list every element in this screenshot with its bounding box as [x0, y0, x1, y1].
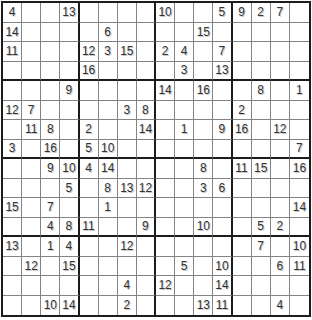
cell-r2c13-empty[interactable]	[233, 23, 252, 43]
cell-r2c14-empty[interactable]	[252, 23, 271, 43]
cell-r5c7-empty[interactable]	[118, 81, 137, 101]
cell-r10c14-empty[interactable]	[252, 179, 271, 199]
cell-r2c6-given: 6	[99, 23, 118, 43]
hexadoku-page: 4131059271461511123152471631391416811273…	[0, 0, 312, 320]
cell-r8c7-empty[interactable]	[118, 140, 137, 160]
cell-r10c13-empty[interactable]	[233, 179, 252, 199]
cell-r6c9-empty[interactable]	[156, 101, 175, 121]
cell-r9c16-given: 16	[290, 159, 309, 179]
cell-r5c11-given: 16	[194, 81, 213, 101]
cell-r12c10-empty[interactable]	[175, 218, 194, 238]
cell-r5c4-given: 9	[60, 81, 79, 101]
cell-r15c4-empty[interactable]	[60, 276, 79, 296]
cell-r6c4-empty[interactable]	[60, 101, 79, 121]
cell-r13c15-empty[interactable]	[271, 237, 290, 257]
cell-r4c6-empty[interactable]	[99, 62, 118, 82]
cell-r12c9-empty[interactable]	[156, 218, 175, 238]
cell-r2c11-given: 15	[194, 23, 213, 43]
cell-r1c8-empty[interactable]	[137, 3, 156, 23]
cell-r8c9-empty[interactable]	[156, 140, 175, 160]
cell-r4c12-given: 13	[213, 62, 232, 82]
cell-r3c9-given: 2	[156, 42, 175, 62]
cell-r7c8-given: 14	[137, 120, 156, 140]
cell-r12c6-empty[interactable]	[99, 218, 118, 238]
cell-r15c9-given: 12	[156, 276, 175, 296]
cell-r11c15-empty[interactable]	[271, 198, 290, 218]
cell-r16c10-empty[interactable]	[175, 296, 194, 316]
cell-r6c11-empty[interactable]	[194, 101, 213, 121]
cell-r4c15-empty[interactable]	[271, 62, 290, 82]
cell-r6c12-empty[interactable]	[213, 101, 232, 121]
cell-r11c2-empty[interactable]	[22, 198, 41, 218]
cell-r3c6-given: 3	[99, 42, 118, 62]
cell-r3c7-given: 15	[118, 42, 137, 62]
cell-r11c14-empty[interactable]	[252, 198, 271, 218]
cell-r5c5-empty[interactable]	[80, 81, 99, 101]
cell-r14c10-given: 5	[175, 257, 194, 277]
cell-r5c10-empty[interactable]	[175, 81, 194, 101]
cell-r7c7-empty[interactable]	[118, 120, 137, 140]
cell-r3c5-given: 12	[80, 42, 99, 62]
cell-r16c1-empty[interactable]	[3, 296, 22, 316]
cell-r16c12-given: 11	[213, 296, 232, 316]
cell-r11c13-empty[interactable]	[233, 198, 252, 218]
cell-r13c16-given: 10	[290, 237, 309, 257]
cell-r8c3-given: 16	[41, 140, 60, 160]
cell-r3c13-empty[interactable]	[233, 42, 252, 62]
cell-r8c5-given: 5	[80, 140, 99, 160]
cell-r3c8-empty[interactable]	[137, 42, 156, 62]
cell-r12c3-given: 4	[41, 218, 60, 238]
cell-r10c6-given: 8	[99, 179, 118, 199]
cell-r2c7-empty[interactable]	[118, 23, 137, 43]
cell-r15c12-given: 14	[213, 276, 232, 296]
cell-r2c9-empty[interactable]	[156, 23, 175, 43]
cell-r3c3-empty[interactable]	[41, 42, 60, 62]
cell-r12c12-empty[interactable]	[213, 218, 232, 238]
cell-r16c7-given: 2	[118, 296, 137, 316]
cell-r10c15-empty[interactable]	[271, 179, 290, 199]
cell-r11c16-given: 14	[290, 198, 309, 218]
cell-r5c13-empty[interactable]	[233, 81, 252, 101]
cell-r14c8-empty[interactable]	[137, 257, 156, 277]
cell-r5c9-given: 14	[156, 81, 175, 101]
cell-r3c11-empty[interactable]	[194, 42, 213, 62]
cell-r7c1-empty[interactable]	[3, 120, 22, 140]
cell-r14c13-empty[interactable]	[233, 257, 252, 277]
cell-r6c14-empty[interactable]	[252, 101, 271, 121]
cell-r10c2-empty[interactable]	[22, 179, 41, 199]
cell-r11c4-empty[interactable]	[60, 198, 79, 218]
cell-r6c1-given: 12	[3, 101, 22, 121]
cell-r11c11-empty[interactable]	[194, 198, 213, 218]
cell-r7c13-given: 16	[233, 120, 252, 140]
cell-r13c11-empty[interactable]	[194, 237, 213, 257]
cell-r9c10-empty[interactable]	[175, 159, 194, 179]
cell-r4c11-empty[interactable]	[194, 62, 213, 82]
cell-r12c14-given: 5	[252, 218, 271, 238]
cell-r13c12-empty[interactable]	[213, 237, 232, 257]
cell-r1c15-given: 7	[271, 3, 290, 23]
cell-r9c4-given: 10	[60, 159, 79, 179]
cell-r4c10-given: 3	[175, 62, 194, 82]
cell-r14c16-given: 11	[290, 257, 309, 277]
cell-r4c1-empty[interactable]	[3, 62, 22, 82]
cell-r2c2-empty[interactable]	[22, 23, 41, 43]
cell-r3c15-empty[interactable]	[271, 42, 290, 62]
cell-r8c15-empty[interactable]	[271, 140, 290, 160]
cell-r7c15-given: 12	[271, 120, 290, 140]
cell-r4c9-empty[interactable]	[156, 62, 175, 82]
cell-r9c5-given: 4	[80, 159, 99, 179]
cell-r8c6-given: 10	[99, 140, 118, 160]
cell-r13c7-given: 12	[118, 237, 137, 257]
cell-r12c16-empty[interactable]	[290, 218, 309, 238]
cell-r15c1-empty[interactable]	[3, 276, 22, 296]
cell-r4c13-empty[interactable]	[233, 62, 252, 82]
cell-r7c5-given: 2	[80, 120, 99, 140]
cell-r1c14-given: 2	[252, 3, 271, 23]
cell-r14c14-empty[interactable]	[252, 257, 271, 277]
cell-r9c15-empty[interactable]	[271, 159, 290, 179]
cell-r6c8-given: 8	[137, 101, 156, 121]
cell-r11c1-given: 15	[3, 198, 22, 218]
cell-r9c11-given: 8	[194, 159, 213, 179]
cell-r4c4-empty[interactable]	[60, 62, 79, 82]
cell-r11c7-empty[interactable]	[118, 198, 137, 218]
cell-r12c5-given: 11	[80, 218, 99, 238]
cell-r15c8-empty[interactable]	[137, 276, 156, 296]
cell-r14c3-empty[interactable]	[41, 257, 60, 277]
cell-r3c16-empty[interactable]	[290, 42, 309, 62]
cell-r6c15-empty[interactable]	[271, 101, 290, 121]
cell-r15c16-empty[interactable]	[290, 276, 309, 296]
cell-r13c9-empty[interactable]	[156, 237, 175, 257]
cell-r11c6-given: 1	[99, 198, 118, 218]
cell-r8c1-given: 3	[3, 140, 22, 160]
cell-r6c10-empty[interactable]	[175, 101, 194, 121]
cell-r9c13-given: 11	[233, 159, 252, 179]
cell-r9c1-empty[interactable]	[3, 159, 22, 179]
cell-r13c2-empty[interactable]	[22, 237, 41, 257]
cell-r7c4-empty[interactable]	[60, 120, 79, 140]
cell-r2c10-empty[interactable]	[175, 23, 194, 43]
cell-r6c16-empty[interactable]	[290, 101, 309, 121]
cell-r5c2-empty[interactable]	[22, 81, 41, 101]
cell-r5c1-empty[interactable]	[3, 81, 22, 101]
cell-r8c14-empty[interactable]	[252, 140, 271, 160]
cell-r3c2-empty[interactable]	[22, 42, 41, 62]
cell-r13c13-empty[interactable]	[233, 237, 252, 257]
cell-r1c7-empty[interactable]	[118, 3, 137, 23]
cell-r14c5-empty[interactable]	[80, 257, 99, 277]
cell-r12c8-given: 9	[137, 218, 156, 238]
cell-r16c9-empty[interactable]	[156, 296, 175, 316]
cell-r16c8-empty[interactable]	[137, 296, 156, 316]
cell-r16c16-empty[interactable]	[290, 296, 309, 316]
cell-r16c4-given: 14	[60, 296, 79, 316]
cell-r1c5-empty[interactable]	[80, 3, 99, 23]
cell-r2c5-empty[interactable]	[80, 23, 99, 43]
cell-r1c4-given: 13	[60, 3, 79, 23]
cell-r8c2-empty[interactable]	[22, 140, 41, 160]
cell-r15c15-empty[interactable]	[271, 276, 290, 296]
cell-r2c8-empty[interactable]	[137, 23, 156, 43]
cell-r1c16-empty[interactable]	[290, 3, 309, 23]
cell-r10c4-given: 5	[60, 179, 79, 199]
cell-r4c16-empty[interactable]	[290, 62, 309, 82]
cell-r11c5-empty[interactable]	[80, 198, 99, 218]
cell-r1c9-given: 10	[156, 3, 175, 23]
cell-r10c5-empty[interactable]	[80, 179, 99, 199]
cell-r16c14-empty[interactable]	[252, 296, 271, 316]
cell-r15c6-empty[interactable]	[99, 276, 118, 296]
cell-r4c3-empty[interactable]	[41, 62, 60, 82]
cell-r4c14-empty[interactable]	[252, 62, 271, 82]
cell-r6c5-empty[interactable]	[80, 101, 99, 121]
cell-r13c14-given: 7	[252, 237, 271, 257]
cell-r6c13-given: 2	[233, 101, 252, 121]
cell-r9c7-empty[interactable]	[118, 159, 137, 179]
cell-r4c2-empty[interactable]	[22, 62, 41, 82]
cell-r10c11-given: 3	[194, 179, 213, 199]
cell-r8c16-given: 7	[290, 140, 309, 160]
cell-r13c4-given: 4	[60, 237, 79, 257]
cell-r16c2-empty[interactable]	[22, 296, 41, 316]
cell-r1c2-empty[interactable]	[22, 3, 41, 23]
cell-r5c15-empty[interactable]	[271, 81, 290, 101]
cell-r5c6-empty[interactable]	[99, 81, 118, 101]
cell-r7c14-empty[interactable]	[252, 120, 271, 140]
cell-r1c11-empty[interactable]	[194, 3, 213, 23]
cell-r6c3-empty[interactable]	[41, 101, 60, 121]
cell-r15c10-empty[interactable]	[175, 276, 194, 296]
cell-r2c15-empty[interactable]	[271, 23, 290, 43]
cell-r9c3-given: 9	[41, 159, 60, 179]
cell-r2c12-empty[interactable]	[213, 23, 232, 43]
cell-r7c12-given: 9	[213, 120, 232, 140]
cell-r10c3-empty[interactable]	[41, 179, 60, 199]
cell-r13c3-given: 1	[41, 237, 60, 257]
cell-r7c6-empty[interactable]	[99, 120, 118, 140]
cell-r16c13-empty[interactable]	[233, 296, 252, 316]
cell-r8c13-empty[interactable]	[233, 140, 252, 160]
cell-r7c2-given: 11	[22, 120, 41, 140]
cell-r1c3-empty[interactable]	[41, 3, 60, 23]
cell-r1c1-given: 4	[3, 3, 22, 23]
cell-r14c15-given: 6	[271, 257, 290, 277]
cell-r3c4-empty[interactable]	[60, 42, 79, 62]
cell-r16c15-given: 4	[271, 296, 290, 316]
cell-r7c3-given: 8	[41, 120, 60, 140]
cell-r15c2-empty[interactable]	[22, 276, 41, 296]
cell-r16c5-empty[interactable]	[80, 296, 99, 316]
cell-r12c1-empty[interactable]	[3, 218, 22, 238]
cell-r12c13-empty[interactable]	[233, 218, 252, 238]
cell-r5c16-given: 1	[290, 81, 309, 101]
cell-r6c7-given: 3	[118, 101, 137, 121]
cell-r2c16-empty[interactable]	[290, 23, 309, 43]
cell-r15c14-empty[interactable]	[252, 276, 271, 296]
cell-r1c13-given: 9	[233, 3, 252, 23]
hexadoku-board: 4131059271461511123152471631391416811273…	[1, 1, 311, 317]
cell-r12c2-empty[interactable]	[22, 218, 41, 238]
cell-r7c11-empty[interactable]	[194, 120, 213, 140]
cell-r4c5-given: 16	[80, 62, 99, 82]
cell-r16c6-empty[interactable]	[99, 296, 118, 316]
cell-r10c12-given: 6	[213, 179, 232, 199]
cell-r11c10-empty[interactable]	[175, 198, 194, 218]
cell-r14c9-empty[interactable]	[156, 257, 175, 277]
cell-r2c4-empty[interactable]	[60, 23, 79, 43]
cell-r8c4-empty[interactable]	[60, 140, 79, 160]
cell-r8c12-empty[interactable]	[213, 140, 232, 160]
cell-r15c13-empty[interactable]	[233, 276, 252, 296]
cell-r11c12-empty[interactable]	[213, 198, 232, 218]
cell-r12c15-given: 2	[271, 218, 290, 238]
cell-r7c16-empty[interactable]	[290, 120, 309, 140]
cell-r16c11-given: 13	[194, 296, 213, 316]
cell-r7c9-empty[interactable]	[156, 120, 175, 140]
cell-r2c3-empty[interactable]	[41, 23, 60, 43]
cell-r1c6-empty[interactable]	[99, 3, 118, 23]
cell-r15c5-empty[interactable]	[80, 276, 99, 296]
cell-r10c16-empty[interactable]	[290, 179, 309, 199]
cell-r9c8-empty[interactable]	[137, 159, 156, 179]
cell-r1c12-given: 5	[213, 3, 232, 23]
cell-r13c10-empty[interactable]	[175, 237, 194, 257]
cell-r9c12-empty[interactable]	[213, 159, 232, 179]
cell-r11c8-empty[interactable]	[137, 198, 156, 218]
cell-r15c3-empty[interactable]	[41, 276, 60, 296]
cell-r14c4-given: 15	[60, 257, 79, 277]
cell-r13c1-given: 13	[3, 237, 22, 257]
cell-r8c8-empty[interactable]	[137, 140, 156, 160]
cell-r15c11-empty[interactable]	[194, 276, 213, 296]
cell-r10c8-given: 12	[137, 179, 156, 199]
cell-r12c7-empty[interactable]	[118, 218, 137, 238]
cell-r13c5-empty[interactable]	[80, 237, 99, 257]
cell-r16c3-given: 10	[41, 296, 60, 316]
cell-r9c14-given: 15	[252, 159, 271, 179]
cell-r5c3-empty[interactable]	[41, 81, 60, 101]
cell-r10c10-empty[interactable]	[175, 179, 194, 199]
cell-r4c7-empty[interactable]	[118, 62, 137, 82]
cell-r6c2-given: 7	[22, 101, 41, 121]
cell-r3c12-given: 7	[213, 42, 232, 62]
cell-r15c7-given: 4	[118, 276, 137, 296]
cell-r9c9-empty[interactable]	[156, 159, 175, 179]
cell-r4c8-empty[interactable]	[137, 62, 156, 82]
cell-r10c1-empty[interactable]	[3, 179, 22, 199]
cell-r14c6-empty[interactable]	[99, 257, 118, 277]
cell-r9c6-given: 14	[99, 159, 118, 179]
cell-r5c14-given: 8	[252, 81, 271, 101]
cell-r14c12-given: 10	[213, 257, 232, 277]
cell-r10c7-given: 13	[118, 179, 137, 199]
cell-r11c9-empty[interactable]	[156, 198, 175, 218]
cell-r13c8-empty[interactable]	[137, 237, 156, 257]
cell-r11c3-given: 7	[41, 198, 60, 218]
cell-r3c14-empty[interactable]	[252, 42, 271, 62]
cell-r12c4-given: 8	[60, 218, 79, 238]
cell-r2c1-given: 14	[3, 23, 22, 43]
cell-r5c12-empty[interactable]	[213, 81, 232, 101]
cell-r12c11-given: 10	[194, 218, 213, 238]
cell-r7c10-given: 1	[175, 120, 194, 140]
cell-r8c11-empty[interactable]	[194, 140, 213, 160]
cell-r5c8-empty[interactable]	[137, 81, 156, 101]
cell-r14c1-empty[interactable]	[3, 257, 22, 277]
cell-r6c6-empty[interactable]	[99, 101, 118, 121]
cell-r14c2-given: 12	[22, 257, 41, 277]
cell-r14c7-empty[interactable]	[118, 257, 137, 277]
cell-r8c10-empty[interactable]	[175, 140, 194, 160]
cell-r9c2-empty[interactable]	[22, 159, 41, 179]
cell-r10c9-empty[interactable]	[156, 179, 175, 199]
cell-r1c10-empty[interactable]	[175, 3, 194, 23]
cell-r3c10-given: 4	[175, 42, 194, 62]
cell-r13c6-empty[interactable]	[99, 237, 118, 257]
cell-r14c11-empty[interactable]	[194, 257, 213, 277]
cell-r3c1-given: 11	[3, 42, 22, 62]
